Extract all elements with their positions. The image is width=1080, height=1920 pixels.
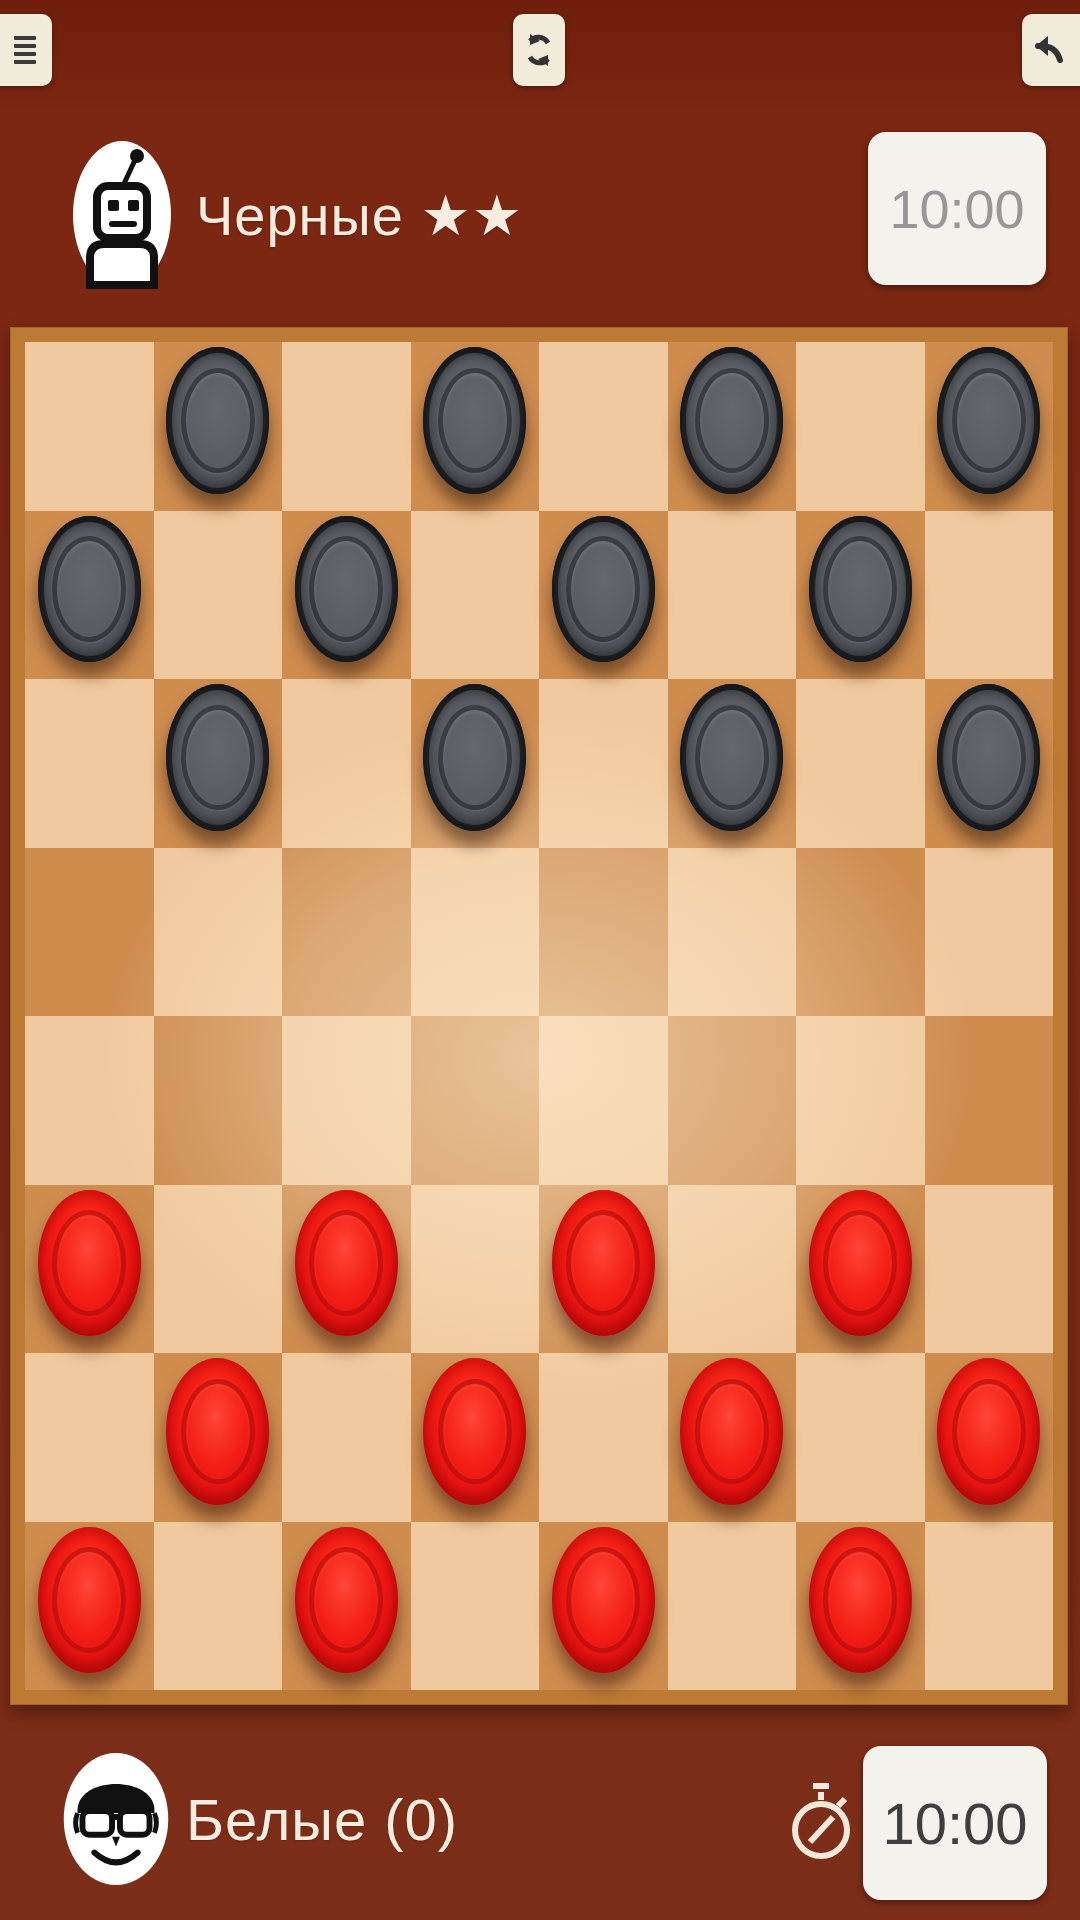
- piece-red-b2[interactable]: [166, 1358, 269, 1505]
- cell-c3[interactable]: [282, 1185, 411, 1354]
- piece-ring: [309, 1547, 383, 1653]
- hamburger-icon: [14, 36, 36, 64]
- cell-f5[interactable]: [668, 848, 797, 1017]
- piece-black-d8[interactable]: [423, 347, 526, 494]
- piece-ring: [823, 536, 897, 642]
- game-screen: Черные ★★ 10:00 Белые (0): [0, 0, 1080, 1920]
- piece-black-f6[interactable]: [680, 684, 783, 831]
- cell-e2[interactable]: [539, 1353, 668, 1522]
- cell-e7[interactable]: [539, 511, 668, 680]
- piece-black-h8[interactable]: [937, 347, 1040, 494]
- cell-c1[interactable]: [282, 1522, 411, 1691]
- cell-a2[interactable]: [25, 1353, 154, 1522]
- cell-h5[interactable]: [925, 848, 1054, 1017]
- cell-b6[interactable]: [154, 679, 283, 848]
- cell-c5[interactable]: [282, 848, 411, 1017]
- cell-c6[interactable]: [282, 679, 411, 848]
- avatar-robot: [72, 140, 172, 290]
- cell-d3[interactable]: [411, 1185, 540, 1354]
- piece-ring: [438, 705, 512, 811]
- cell-a3[interactable]: [25, 1185, 154, 1354]
- cell-f7[interactable]: [668, 511, 797, 680]
- cell-d5[interactable]: [411, 848, 540, 1017]
- piece-red-a1[interactable]: [38, 1527, 141, 1674]
- cell-f1[interactable]: [668, 1522, 797, 1691]
- piece-ring: [181, 368, 255, 474]
- cell-f4[interactable]: [668, 1016, 797, 1185]
- piece-red-a3[interactable]: [38, 1190, 141, 1337]
- cell-g3[interactable]: [796, 1185, 925, 1354]
- cell-c2[interactable]: [282, 1353, 411, 1522]
- piece-black-a7[interactable]: [38, 516, 141, 663]
- piece-red-e3[interactable]: [552, 1190, 655, 1337]
- cell-e1[interactable]: [539, 1522, 668, 1691]
- cell-f2[interactable]: [668, 1353, 797, 1522]
- cell-a7[interactable]: [25, 511, 154, 680]
- cell-c8[interactable]: [282, 342, 411, 511]
- cell-e8[interactable]: [539, 342, 668, 511]
- cell-h1[interactable]: [925, 1522, 1054, 1691]
- piece-black-d6[interactable]: [423, 684, 526, 831]
- board: [25, 342, 1053, 1690]
- piece-ring: [309, 536, 383, 642]
- restart-button[interactable]: [513, 14, 565, 86]
- undo-button[interactable]: [1022, 14, 1080, 86]
- piece-red-c1[interactable]: [295, 1527, 398, 1674]
- cell-b2[interactable]: [154, 1353, 283, 1522]
- piece-ring: [823, 1547, 897, 1653]
- piece-ring: [566, 1210, 640, 1316]
- cell-c4[interactable]: [282, 1016, 411, 1185]
- piece-ring: [438, 1379, 512, 1485]
- piece-ring: [695, 1379, 769, 1485]
- piece-ring: [52, 1547, 126, 1653]
- cell-e3[interactable]: [539, 1185, 668, 1354]
- cell-g2[interactable]: [796, 1353, 925, 1522]
- cell-d6[interactable]: [411, 679, 540, 848]
- piece-black-g7[interactable]: [809, 516, 912, 663]
- cell-b8[interactable]: [154, 342, 283, 511]
- cell-a1[interactable]: [25, 1522, 154, 1691]
- player-top-name: Черные ★★: [196, 140, 523, 290]
- undo-arrow-icon: [1034, 34, 1066, 66]
- cell-b5[interactable]: [154, 848, 283, 1017]
- piece-black-b8[interactable]: [166, 347, 269, 494]
- cell-g7[interactable]: [796, 511, 925, 680]
- piece-ring: [566, 536, 640, 642]
- piece-ring: [823, 1210, 897, 1316]
- piece-ring: [952, 705, 1026, 811]
- piece-red-e1[interactable]: [552, 1527, 655, 1674]
- piece-ring: [181, 705, 255, 811]
- piece-ring: [952, 1379, 1026, 1485]
- cell-d4[interactable]: [411, 1016, 540, 1185]
- cell-d8[interactable]: [411, 342, 540, 511]
- piece-red-g1[interactable]: [809, 1527, 912, 1674]
- piece-red-c3[interactable]: [295, 1190, 398, 1337]
- piece-ring: [695, 705, 769, 811]
- piece-red-g3[interactable]: [809, 1190, 912, 1337]
- cell-h8[interactable]: [925, 342, 1054, 511]
- stopwatch-icon: [790, 1772, 852, 1872]
- cell-c7[interactable]: [282, 511, 411, 680]
- piece-red-h2[interactable]: [937, 1358, 1040, 1505]
- cell-g5[interactable]: [796, 848, 925, 1017]
- piece-red-f2[interactable]: [680, 1358, 783, 1505]
- cell-h3[interactable]: [925, 1185, 1054, 1354]
- piece-ring: [52, 1210, 126, 1316]
- piece-black-f8[interactable]: [680, 347, 783, 494]
- cell-f8[interactable]: [668, 342, 797, 511]
- board-frame: [10, 327, 1068, 1705]
- piece-red-d2[interactable]: [423, 1358, 526, 1505]
- player-bottom-name: Белые (0): [186, 1750, 458, 1888]
- cell-h4[interactable]: [925, 1016, 1054, 1185]
- cell-g8[interactable]: [796, 342, 925, 511]
- piece-ring: [438, 368, 512, 474]
- cell-a5[interactable]: [25, 848, 154, 1017]
- cell-f3[interactable]: [668, 1185, 797, 1354]
- refresh-icon: [524, 33, 554, 67]
- cell-e5[interactable]: [539, 848, 668, 1017]
- avatar-person: [60, 1750, 172, 1888]
- cell-a8[interactable]: [25, 342, 154, 511]
- piece-black-h6[interactable]: [937, 684, 1040, 831]
- cell-e4[interactable]: [539, 1016, 668, 1185]
- cell-b1[interactable]: [154, 1522, 283, 1691]
- cell-g1[interactable]: [796, 1522, 925, 1691]
- menu-button[interactable]: [0, 14, 52, 86]
- cell-h7[interactable]: [925, 511, 1054, 680]
- cell-f6[interactable]: [668, 679, 797, 848]
- piece-ring: [952, 368, 1026, 474]
- piece-ring: [181, 1379, 255, 1485]
- piece-black-c7[interactable]: [295, 516, 398, 663]
- player-bottom-clock: 10:00: [863, 1746, 1047, 1900]
- cell-a4[interactable]: [25, 1016, 154, 1185]
- piece-black-b6[interactable]: [166, 684, 269, 831]
- cell-b3[interactable]: [154, 1185, 283, 1354]
- cell-e6[interactable]: [539, 679, 668, 848]
- player-top-clock: 10:00: [868, 132, 1046, 285]
- cell-d1[interactable]: [411, 1522, 540, 1691]
- cell-b7[interactable]: [154, 511, 283, 680]
- piece-ring: [52, 536, 126, 642]
- cell-d2[interactable]: [411, 1353, 540, 1522]
- cell-h2[interactable]: [925, 1353, 1054, 1522]
- cell-a6[interactable]: [25, 679, 154, 848]
- cell-g6[interactable]: [796, 679, 925, 848]
- cell-h6[interactable]: [925, 679, 1054, 848]
- cell-g4[interactable]: [796, 1016, 925, 1185]
- piece-ring: [695, 368, 769, 474]
- cell-d7[interactable]: [411, 511, 540, 680]
- cell-b4[interactable]: [154, 1016, 283, 1185]
- piece-black-e7[interactable]: [552, 516, 655, 663]
- piece-ring: [309, 1210, 383, 1316]
- piece-ring: [566, 1547, 640, 1653]
